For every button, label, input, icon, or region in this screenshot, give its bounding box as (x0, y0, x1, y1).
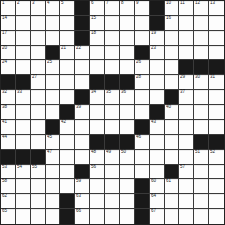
clue-number: 39 (76, 105, 81, 109)
cell-r11c4[interactable] (60, 165, 75, 180)
cell-r2c9[interactable] (135, 31, 150, 46)
clue-number: 60 (151, 179, 156, 183)
cell-r1c13[interactable] (194, 16, 209, 31)
black-cell-r9c7 (105, 135, 120, 150)
cell-r14c11[interactable] (165, 209, 180, 224)
cell-r4c5[interactable] (75, 60, 90, 75)
cell-r11c13[interactable] (194, 165, 209, 180)
cell-r4c6[interactable] (90, 60, 105, 75)
clue-number: 30 (195, 75, 200, 79)
black-cell-r1c10 (150, 16, 165, 31)
cell-r3c6[interactable] (90, 46, 105, 61)
black-cell-r5c0 (1, 75, 16, 90)
cell-r10c12[interactable] (179, 150, 194, 165)
cell-r3c4[interactable]: 21 (60, 46, 75, 61)
cell-r10c6[interactable]: 48 (90, 150, 105, 165)
cell-r8c1[interactable] (16, 120, 31, 135)
cell-r12c2[interactable] (31, 179, 46, 194)
clue-number: 18 (91, 31, 96, 35)
cell-r12c1[interactable] (16, 179, 31, 194)
clue-number: 10 (166, 1, 171, 5)
cell-r3c7[interactable] (105, 46, 120, 61)
clue-number: 29 (180, 75, 185, 79)
cell-r1c3[interactable] (46, 16, 61, 31)
cell-r13c8[interactable] (120, 194, 135, 209)
cell-r14c7[interactable] (105, 209, 120, 224)
black-cell-r8c9 (135, 120, 150, 135)
cell-r1c9[interactable] (135, 16, 150, 31)
cell-r13c1[interactable] (16, 194, 31, 209)
clue-number: 37 (180, 90, 185, 94)
clue-number: 24 (2, 60, 7, 64)
cell-r10c7[interactable]: 49 (105, 150, 120, 165)
cell-r1c11[interactable]: 16 (165, 16, 180, 31)
black-cell-r10c0 (1, 150, 16, 165)
clue-number: 59 (76, 179, 81, 183)
cell-r5c12[interactable]: 29 (179, 75, 194, 90)
cell-r8c6[interactable] (90, 120, 105, 135)
cell-r8c4[interactable]: 42 (60, 120, 75, 135)
cell-r8c5[interactable] (75, 120, 90, 135)
cell-r11c7[interactable] (105, 165, 120, 180)
cell-r7c7[interactable] (105, 105, 120, 120)
black-cell-r4c12 (179, 60, 194, 75)
clue-number: 28 (136, 75, 141, 79)
cell-r9c2[interactable] (31, 135, 46, 150)
cell-r9c5[interactable] (75, 135, 90, 150)
cell-r6c9[interactable] (135, 90, 150, 105)
cell-r2c1[interactable] (16, 31, 31, 46)
cell-r2c6[interactable]: 18 (90, 31, 105, 46)
black-cell-r5c1 (16, 75, 31, 90)
black-cell-r4c13 (194, 60, 209, 75)
cell-r10c3[interactable]: 47 (46, 150, 61, 165)
cell-r14c8[interactable] (120, 209, 135, 224)
cell-r6c2[interactable] (31, 90, 46, 105)
clue-number: 44 (2, 135, 7, 139)
cell-r5c9[interactable]: 28 (135, 75, 150, 90)
clue-number: 65 (2, 209, 7, 213)
cell-r1c14[interactable] (209, 16, 224, 31)
clue-number: 47 (47, 150, 52, 154)
clue-number: 36 (121, 90, 126, 94)
clue-number: 2 (17, 1, 19, 5)
black-cell-r9c13 (194, 135, 209, 150)
black-cell-r4c14 (209, 60, 224, 75)
cell-r0c14[interactable]: 13 (209, 1, 224, 16)
cell-r3c13[interactable] (194, 46, 209, 61)
clue-number: 67 (151, 209, 156, 213)
clue-number: 57 (180, 165, 185, 169)
cell-r12c4[interactable] (60, 179, 75, 194)
cell-r7c13[interactable] (194, 105, 209, 120)
black-cell-r13c9 (135, 194, 150, 209)
cell-r12c0[interactable]: 58 (1, 179, 16, 194)
cell-r0c6[interactable]: 6 (90, 1, 105, 16)
cell-r13c12[interactable] (179, 194, 194, 209)
cell-r14c5[interactable]: 66 (75, 209, 90, 224)
cell-r13c2[interactable] (31, 194, 46, 209)
cell-r6c3[interactable] (46, 90, 61, 105)
cell-r4c11[interactable] (165, 60, 180, 75)
cell-r2c12[interactable] (179, 31, 194, 46)
cell-r3c1[interactable] (16, 46, 31, 61)
cell-r3c5[interactable]: 22 (75, 46, 90, 61)
cell-r12c3[interactable] (46, 179, 61, 194)
clue-number: 25 (47, 60, 52, 64)
clue-number: 58 (2, 179, 7, 183)
cell-r9c1[interactable] (16, 135, 31, 150)
cell-r11c10[interactable] (150, 165, 165, 180)
cell-r1c0[interactable]: 14 (1, 16, 16, 31)
cell-r3c2[interactable] (31, 46, 46, 61)
cell-r9c3[interactable]: 45 (46, 135, 61, 150)
cell-r4c9[interactable]: 26 (135, 60, 150, 75)
clue-number: 15 (91, 16, 96, 20)
clue-number: 3 (32, 1, 34, 5)
clue-number: 27 (32, 75, 37, 79)
cell-r4c1[interactable] (16, 60, 31, 75)
cell-r0c7[interactable]: 7 (105, 1, 120, 16)
cell-r5c13[interactable]: 30 (194, 75, 209, 90)
clue-number: 19 (151, 31, 156, 35)
cell-r7c0[interactable]: 38 (1, 105, 16, 120)
cell-r14c14[interactable] (209, 209, 224, 224)
cell-r14c2[interactable] (31, 209, 46, 224)
cell-r0c1[interactable]: 2 (16, 1, 31, 16)
cell-r13c3[interactable] (46, 194, 61, 209)
cell-r10c5[interactable] (75, 150, 90, 165)
cell-r8c10[interactable]: 43 (150, 120, 165, 135)
black-cell-r11c11 (165, 165, 180, 180)
black-cell-r12c9 (135, 179, 150, 194)
cell-r5c5[interactable] (75, 75, 90, 90)
cell-r9c12[interactable] (179, 135, 194, 150)
cell-r5c4[interactable] (60, 75, 75, 90)
cell-r7c3[interactable] (46, 105, 61, 120)
black-cell-r13c4 (60, 194, 75, 209)
cell-r5c14[interactable]: 31 (209, 75, 224, 90)
cell-r7c6[interactable] (90, 105, 105, 120)
cell-r14c1[interactable] (16, 209, 31, 224)
cell-r14c0[interactable]: 65 (1, 209, 16, 224)
cell-r13c11[interactable] (165, 194, 180, 209)
cell-r7c14[interactable] (209, 105, 224, 120)
black-cell-r5c6 (90, 75, 105, 90)
black-cell-r2c5 (75, 31, 90, 46)
cell-r11c0[interactable]: 53 (1, 165, 16, 180)
cell-r9c0[interactable]: 44 (1, 135, 16, 150)
cell-r14c6[interactable] (90, 209, 105, 224)
cell-r2c2[interactable] (31, 31, 46, 46)
cell-r0c2[interactable]: 3 (31, 1, 46, 16)
cell-r8c0[interactable]: 41 (1, 120, 16, 135)
cell-r6c0[interactable]: 32 (1, 90, 16, 105)
cell-r9c9[interactable]: 46 (135, 135, 150, 150)
clue-number: 35 (106, 90, 111, 94)
cell-r8c14[interactable] (209, 120, 224, 135)
cell-r2c13[interactable] (194, 31, 209, 46)
cell-r4c3[interactable]: 25 (46, 60, 61, 75)
cell-r1c8[interactable] (120, 16, 135, 31)
cell-r1c2[interactable] (31, 16, 46, 31)
clue-number: 40 (166, 105, 171, 109)
cell-r2c7[interactable] (105, 31, 120, 46)
cell-r7c12[interactable] (179, 105, 194, 120)
cell-r11c12[interactable]: 57 (179, 165, 194, 180)
cell-r11c9[interactable] (135, 165, 150, 180)
cell-r10c8[interactable]: 50 (120, 150, 135, 165)
clue-number: 16 (166, 16, 171, 20)
cell-r2c3[interactable] (46, 31, 61, 46)
cell-r6c1[interactable]: 33 (16, 90, 31, 105)
cell-r11c2[interactable]: 55 (31, 165, 46, 180)
clue-number: 26 (136, 60, 141, 64)
black-cell-r7c4 (60, 105, 75, 120)
cell-r11c6[interactable]: 56 (90, 165, 105, 180)
black-cell-r7c10 (150, 105, 165, 120)
clue-number: 8 (121, 1, 123, 5)
cell-r12c6[interactable] (90, 179, 105, 194)
cell-r11c1[interactable]: 54 (16, 165, 31, 180)
cell-r1c1[interactable] (16, 16, 31, 31)
cell-r6c7[interactable]: 35 (105, 90, 120, 105)
cell-r3c11[interactable] (165, 46, 180, 61)
cell-r0c9[interactable]: 9 (135, 1, 150, 16)
cell-r1c6[interactable]: 15 (90, 16, 105, 31)
black-cell-r10c1 (16, 150, 31, 165)
black-cell-r0c10 (150, 1, 165, 16)
cell-r2c11[interactable] (165, 31, 180, 46)
clue-number: 45 (47, 135, 52, 139)
cell-r12c13[interactable] (194, 179, 209, 194)
cell-r2c14[interactable] (209, 31, 224, 46)
cell-r3c10[interactable]: 23 (150, 46, 165, 61)
cell-r13c5[interactable]: 63 (75, 194, 90, 209)
cell-r14c13[interactable] (194, 209, 209, 224)
cell-r2c10[interactable]: 19 (150, 31, 165, 46)
clue-number: 20 (2, 46, 7, 50)
cell-r2c0[interactable]: 17 (1, 31, 16, 46)
cell-r4c7[interactable] (105, 60, 120, 75)
cell-r13c0[interactable]: 62 (1, 194, 16, 209)
cell-r13c6[interactable] (90, 194, 105, 209)
cell-r0c8[interactable]: 8 (120, 1, 135, 16)
clue-number: 52 (210, 150, 215, 154)
cell-r4c4[interactable] (60, 60, 75, 75)
black-cell-r3c9 (135, 46, 150, 61)
cell-r3c0[interactable]: 20 (1, 46, 16, 61)
clue-number: 55 (32, 165, 37, 169)
cell-r5c2[interactable]: 27 (31, 75, 46, 90)
cell-r10c11[interactable] (165, 150, 180, 165)
clue-number: 14 (2, 16, 7, 20)
black-cell-r14c4 (60, 209, 75, 224)
clue-number: 48 (91, 150, 96, 154)
clue-number: 4 (47, 1, 49, 5)
cell-r6c13[interactable] (194, 90, 209, 105)
clue-number: 13 (210, 1, 215, 5)
clue-number: 17 (2, 31, 7, 35)
cell-r9c4[interactable] (60, 135, 75, 150)
clue-number: 32 (2, 90, 7, 94)
clue-number: 43 (151, 120, 156, 124)
clue-number: 56 (91, 165, 96, 169)
cell-r11c3[interactable] (46, 165, 61, 180)
clue-number: 64 (151, 194, 156, 198)
clue-number: 23 (151, 46, 156, 50)
cell-r8c8[interactable] (120, 120, 135, 135)
cell-r4c10[interactable] (150, 60, 165, 75)
black-cell-r9c14 (209, 135, 224, 150)
cell-r10c10[interactable] (150, 150, 165, 165)
cell-r8c7[interactable] (105, 120, 120, 135)
cell-r4c2[interactable] (31, 60, 46, 75)
cell-r12c10[interactable]: 60 (150, 179, 165, 194)
cell-r1c4[interactable] (60, 16, 75, 31)
cell-r11c8[interactable] (120, 165, 135, 180)
clue-number: 22 (76, 46, 81, 50)
cell-r8c11[interactable] (165, 120, 180, 135)
cell-r10c13[interactable]: 51 (194, 150, 209, 165)
cell-r9c10[interactable] (150, 135, 165, 150)
cell-r7c2[interactable] (31, 105, 46, 120)
clue-number: 7 (106, 1, 108, 5)
cell-r14c12[interactable] (179, 209, 194, 224)
black-cell-r8c3 (46, 120, 61, 135)
cell-r2c8[interactable] (120, 31, 135, 46)
clue-number: 1 (2, 1, 4, 5)
cell-r12c8[interactable] (120, 179, 135, 194)
cell-r12c12[interactable] (179, 179, 194, 194)
black-cell-r6c11 (165, 90, 180, 105)
black-cell-r11c5 (75, 165, 90, 180)
cell-r0c0[interactable]: 1 (1, 1, 16, 16)
cell-r0c4[interactable]: 5 (60, 1, 75, 16)
cell-r6c14[interactable] (209, 90, 224, 105)
cell-r9c11[interactable] (165, 135, 180, 150)
cell-r6c6[interactable]: 34 (90, 90, 105, 105)
cell-r6c10[interactable] (150, 90, 165, 105)
clue-number: 11 (180, 1, 185, 5)
cell-r3c8[interactable] (120, 46, 135, 61)
cell-r7c11[interactable]: 40 (165, 105, 180, 120)
clue-number: 54 (17, 165, 22, 169)
clue-number: 33 (17, 90, 22, 94)
clue-number: 34 (91, 90, 96, 94)
cell-r14c3[interactable] (46, 209, 61, 224)
cell-r4c0[interactable]: 24 (1, 60, 16, 75)
cell-r4c8[interactable] (120, 60, 135, 75)
crossword-board: 1234567891011121314151617181920212223242… (0, 0, 225, 225)
clue-number: 61 (166, 179, 171, 183)
cell-r1c7[interactable] (105, 16, 120, 31)
cell-r6c8[interactable]: 36 (120, 90, 135, 105)
clue-number: 38 (2, 105, 7, 109)
black-cell-r6c5 (75, 90, 90, 105)
cell-r5c10[interactable] (150, 75, 165, 90)
cell-r14c10[interactable]: 67 (150, 209, 165, 224)
cell-r12c7[interactable] (105, 179, 120, 194)
cell-r2c4[interactable] (60, 31, 75, 46)
cell-r12c5[interactable]: 59 (75, 179, 90, 194)
cell-r7c8[interactable] (120, 105, 135, 120)
cell-r10c14[interactable]: 52 (209, 150, 224, 165)
clue-number: 41 (2, 120, 7, 124)
cell-r3c14[interactable] (209, 46, 224, 61)
black-cell-r3c3 (46, 46, 61, 61)
black-cell-r0c5 (75, 1, 90, 16)
clue-number: 6 (91, 1, 93, 5)
cell-r6c4[interactable] (60, 90, 75, 105)
black-cell-r5c8 (120, 75, 135, 90)
cell-r7c9[interactable] (135, 105, 150, 120)
cell-r0c13[interactable]: 12 (194, 1, 209, 16)
cell-r0c3[interactable]: 4 (46, 1, 61, 16)
cell-r13c14[interactable] (209, 194, 224, 209)
cell-r7c1[interactable] (16, 105, 31, 120)
clue-number: 63 (76, 194, 81, 198)
clue-number: 51 (195, 150, 200, 154)
cell-r12c14[interactable] (209, 179, 224, 194)
cell-r12c11[interactable]: 61 (165, 179, 180, 194)
black-cell-r10c2 (31, 150, 46, 165)
black-cell-r1c5 (75, 16, 90, 31)
cell-r6c12[interactable]: 37 (179, 90, 194, 105)
black-cell-r9c6 (90, 135, 105, 150)
cell-r10c9[interactable] (135, 150, 150, 165)
cell-r0c12[interactable]: 11 (179, 1, 194, 16)
clue-number: 5 (61, 1, 63, 5)
clue-number: 53 (2, 165, 7, 169)
clue-number: 49 (106, 150, 111, 154)
cell-r8c12[interactable] (179, 120, 194, 135)
clue-number: 12 (195, 1, 200, 5)
clue-number: 9 (136, 1, 138, 5)
clue-number: 50 (121, 150, 126, 154)
black-cell-r5c7 (105, 75, 120, 90)
cell-r13c13[interactable] (194, 194, 209, 209)
clue-number: 31 (210, 75, 215, 79)
clue-number: 66 (76, 209, 81, 213)
cell-r11c14[interactable] (209, 165, 224, 180)
clue-number: 42 (61, 120, 66, 124)
clue-number: 21 (61, 46, 66, 50)
clue-number: 46 (136, 135, 141, 139)
black-cell-r14c9 (135, 209, 150, 224)
cell-r3c12[interactable] (179, 46, 194, 61)
cell-r5c11[interactable] (165, 75, 180, 90)
cell-r0c11[interactable]: 10 (165, 1, 180, 16)
clue-number: 62 (2, 194, 7, 198)
cell-r7c5[interactable]: 39 (75, 105, 90, 120)
cell-r13c10[interactable]: 64 (150, 194, 165, 209)
cell-r8c2[interactable] (31, 120, 46, 135)
cell-r5c3[interactable] (46, 75, 61, 90)
cell-r10c4[interactable] (60, 150, 75, 165)
cell-r1c12[interactable] (179, 16, 194, 31)
cell-r8c13[interactable] (194, 120, 209, 135)
cell-r13c7[interactable] (105, 194, 120, 209)
black-cell-r9c8 (120, 135, 135, 150)
